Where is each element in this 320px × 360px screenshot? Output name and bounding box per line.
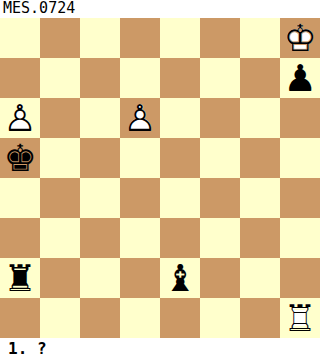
- square-b3[interactable]: [40, 218, 80, 258]
- square-b7[interactable]: [40, 58, 80, 98]
- move-prompt: 1. ?: [0, 338, 320, 360]
- square-e3[interactable]: [160, 218, 200, 258]
- square-h6[interactable]: [280, 98, 320, 138]
- square-c3[interactable]: [80, 218, 120, 258]
- square-a5[interactable]: ♚: [0, 138, 40, 178]
- chess-board: ♚♔♟♟♙♟♙♚♜♝♜♖: [0, 18, 320, 338]
- square-g8[interactable]: [240, 18, 280, 58]
- square-a1[interactable]: [0, 298, 40, 338]
- square-g3[interactable]: [240, 218, 280, 258]
- square-e2[interactable]: ♝: [160, 258, 200, 298]
- square-a4[interactable]: [0, 178, 40, 218]
- square-b1[interactable]: [40, 298, 80, 338]
- square-c4[interactable]: [80, 178, 120, 218]
- white-pawn-piece: ♟♙: [0, 98, 40, 138]
- square-c1[interactable]: [80, 298, 120, 338]
- square-d5[interactable]: [120, 138, 160, 178]
- square-g7[interactable]: [240, 58, 280, 98]
- square-d1[interactable]: [120, 298, 160, 338]
- square-c6[interactable]: [80, 98, 120, 138]
- square-b5[interactable]: [40, 138, 80, 178]
- square-e8[interactable]: [160, 18, 200, 58]
- square-c7[interactable]: [80, 58, 120, 98]
- square-b6[interactable]: [40, 98, 80, 138]
- square-b4[interactable]: [40, 178, 80, 218]
- square-e4[interactable]: [160, 178, 200, 218]
- square-f6[interactable]: [200, 98, 240, 138]
- square-b8[interactable]: [40, 18, 80, 58]
- square-f5[interactable]: [200, 138, 240, 178]
- white-pawn-piece: ♟♙: [120, 98, 160, 138]
- square-a8[interactable]: [0, 18, 40, 58]
- square-b2[interactable]: [40, 258, 80, 298]
- square-d6[interactable]: ♟♙: [120, 98, 160, 138]
- square-c5[interactable]: [80, 138, 120, 178]
- white-king-piece: ♚♔: [280, 18, 320, 58]
- square-h2[interactable]: [280, 258, 320, 298]
- square-g1[interactable]: [240, 298, 280, 338]
- square-e7[interactable]: [160, 58, 200, 98]
- square-h3[interactable]: [280, 218, 320, 258]
- square-c8[interactable]: [80, 18, 120, 58]
- black-rook-piece: ♜: [0, 258, 40, 298]
- square-d7[interactable]: [120, 58, 160, 98]
- square-e6[interactable]: [160, 98, 200, 138]
- square-h4[interactable]: [280, 178, 320, 218]
- square-f7[interactable]: [200, 58, 240, 98]
- square-d2[interactable]: [120, 258, 160, 298]
- square-a7[interactable]: [0, 58, 40, 98]
- square-c2[interactable]: [80, 258, 120, 298]
- square-g4[interactable]: [240, 178, 280, 218]
- square-h1[interactable]: ♜♖: [280, 298, 320, 338]
- square-h7[interactable]: ♟: [280, 58, 320, 98]
- black-bishop-piece: ♝: [160, 258, 200, 298]
- square-h8[interactable]: ♚♔: [280, 18, 320, 58]
- square-f1[interactable]: [200, 298, 240, 338]
- square-f4[interactable]: [200, 178, 240, 218]
- square-g5[interactable]: [240, 138, 280, 178]
- black-pawn-piece: ♟: [280, 58, 320, 98]
- square-h5[interactable]: [280, 138, 320, 178]
- white-rook-piece: ♜♖: [280, 298, 320, 338]
- square-e5[interactable]: [160, 138, 200, 178]
- square-d3[interactable]: [120, 218, 160, 258]
- diagram-title: MES.0724: [0, 0, 320, 18]
- square-f8[interactable]: [200, 18, 240, 58]
- square-f2[interactable]: [200, 258, 240, 298]
- square-a3[interactable]: [0, 218, 40, 258]
- square-g2[interactable]: [240, 258, 280, 298]
- square-d8[interactable]: [120, 18, 160, 58]
- square-a2[interactable]: ♜: [0, 258, 40, 298]
- square-f3[interactable]: [200, 218, 240, 258]
- black-king-piece: ♚: [0, 138, 40, 178]
- square-d4[interactable]: [120, 178, 160, 218]
- square-e1[interactable]: [160, 298, 200, 338]
- square-a6[interactable]: ♟♙: [0, 98, 40, 138]
- square-g6[interactable]: [240, 98, 280, 138]
